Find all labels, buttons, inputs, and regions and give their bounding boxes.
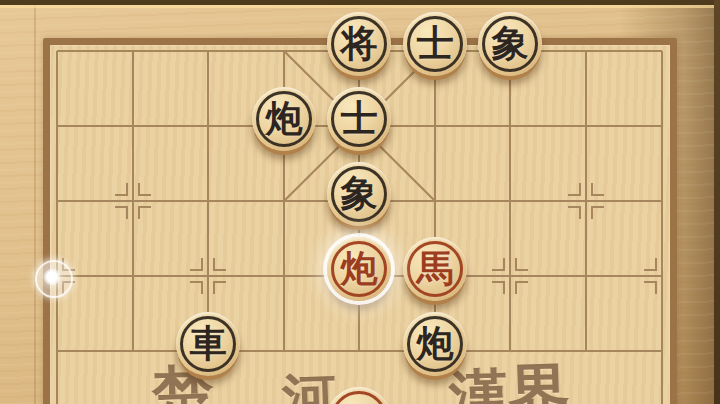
piece-black-cannon[interactable]: 炮 — [252, 87, 316, 151]
piece-character: 馬 — [417, 250, 454, 287]
piece-character: 象 — [492, 25, 529, 62]
piece-black-advisor[interactable]: 士 — [403, 12, 467, 76]
piece-ring — [180, 316, 236, 372]
table-wood-seam — [34, 0, 36, 404]
piece-black-chariot[interactable]: 車 — [176, 312, 240, 376]
piece-character: 象 — [341, 175, 378, 212]
piece-ring — [331, 241, 387, 297]
piece-black-general[interactable]: 将 — [327, 12, 391, 76]
table-edge-top-highlight — [0, 5, 720, 8]
table-edge-right — [714, 0, 720, 404]
piece-character: 将 — [341, 25, 378, 62]
piece-black-elephant[interactable]: 象 — [327, 162, 391, 226]
piece-ring — [407, 241, 463, 297]
game-screen: 楚河漢界 将士象炮士象炮馬車炮 — [0, 0, 720, 404]
piece-character: 士 — [341, 100, 378, 137]
piece-character: 士 — [417, 25, 454, 62]
piece-ring — [331, 91, 387, 147]
piece-character: 炮 — [417, 325, 454, 362]
piece-ring — [482, 16, 538, 72]
piece-character: 車 — [190, 325, 227, 362]
piece-character: 炮 — [341, 250, 378, 287]
piece-ring — [331, 16, 387, 72]
piece-ring — [407, 316, 463, 372]
piece-ring — [331, 166, 387, 222]
piece-red-cannon[interactable]: 炮 — [327, 237, 391, 301]
piece-red-horse[interactable]: 馬 — [403, 237, 467, 301]
piece-character: 炮 — [266, 100, 303, 137]
piece-black-elephant[interactable]: 象 — [478, 12, 542, 76]
piece-ring — [407, 16, 463, 72]
piece-black-cannon[interactable]: 炮 — [403, 312, 467, 376]
piece-ring — [331, 391, 387, 404]
piece-ring — [256, 91, 312, 147]
piece-black-advisor[interactable]: 士 — [327, 87, 391, 151]
